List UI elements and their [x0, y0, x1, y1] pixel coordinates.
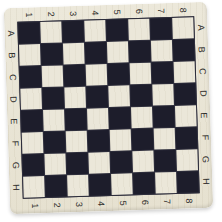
square-d5 [108, 85, 130, 107]
square-b4 [85, 42, 107, 64]
file-letter-label: C [196, 60, 210, 83]
square-f4 [88, 130, 110, 152]
square-c1 [20, 66, 42, 88]
file-letter-label: H [199, 171, 213, 194]
square-e6 [131, 107, 153, 129]
square-h6 [133, 173, 155, 195]
rank-number-label: 1 [17, 7, 40, 22]
square-d7 [152, 84, 174, 106]
square-c4 [86, 64, 108, 86]
square-b7 [151, 40, 173, 62]
square-d3 [64, 87, 86, 109]
square-f5 [110, 129, 132, 151]
rank-number-label: 5 [111, 195, 134, 211]
square-a3 [62, 21, 84, 43]
square-g5 [110, 151, 132, 173]
rank-number-label: 2 [45, 197, 68, 213]
file-letter-label: E [7, 110, 21, 133]
square-e3 [65, 109, 87, 131]
rank-number-label: 3 [61, 6, 84, 21]
file-letter-label: G [198, 149, 212, 172]
square-a7 [150, 18, 172, 40]
square-c2 [42, 65, 64, 87]
square-f3 [66, 131, 88, 153]
file-letter-label: B [195, 38, 209, 61]
square-a6 [128, 19, 150, 41]
file-letter-label: E [197, 104, 211, 127]
square-f2 [44, 131, 66, 153]
square-f7 [154, 128, 176, 150]
square-c5 [108, 63, 130, 85]
square-h8 [177, 171, 199, 193]
square-a2 [40, 21, 62, 43]
square-a5 [106, 19, 128, 41]
square-g1 [22, 154, 44, 176]
file-letter-label: F [8, 132, 22, 155]
photo-background: 12345678 12345678 ABCDEFGH ABCDEFGH [0, 0, 222, 222]
rank-number-label: 8 [172, 2, 195, 17]
square-d2 [42, 87, 64, 109]
square-h3 [67, 175, 89, 197]
square-h7 [155, 172, 177, 194]
file-letter-label: F [198, 126, 212, 149]
square-g2 [44, 153, 66, 175]
square-a8 [172, 17, 194, 39]
square-a1 [18, 22, 40, 44]
square-c8 [174, 61, 196, 83]
square-d4 [86, 86, 108, 108]
file-letter-label: C [6, 66, 20, 89]
square-e8 [175, 105, 197, 127]
rank-number-label: 2 [39, 6, 62, 21]
square-e7 [153, 106, 175, 128]
square-e1 [21, 110, 43, 132]
rank-number-label: 6 [133, 195, 156, 211]
square-f6 [132, 129, 154, 151]
square-c3 [64, 65, 86, 87]
square-e2 [43, 109, 65, 131]
file-letter-label: D [6, 88, 20, 111]
file-letter-label: G [8, 155, 22, 178]
rank-number-label: 4 [89, 196, 112, 212]
square-a4 [84, 20, 106, 42]
square-b3 [63, 43, 85, 65]
rank-number-label: 8 [178, 193, 201, 209]
square-f1 [22, 132, 44, 154]
square-b8 [173, 39, 195, 61]
square-g4 [88, 152, 110, 174]
square-d6 [130, 85, 152, 107]
rank-number-label: 5 [105, 4, 128, 19]
rank-number-label: 1 [23, 198, 46, 214]
square-d1 [20, 88, 42, 110]
file-letter-label: D [196, 82, 210, 105]
file-letter-label: H [9, 177, 23, 200]
file-letter-label: A [194, 16, 208, 39]
file-letter-label: A [4, 22, 18, 45]
rank-number-label: 3 [67, 197, 90, 213]
square-h5 [111, 173, 133, 195]
square-h2 [45, 175, 67, 197]
square-h1 [23, 176, 45, 198]
square-c6 [130, 63, 152, 85]
board-grid [17, 16, 199, 198]
square-g6 [132, 151, 154, 173]
square-h4 [89, 174, 111, 196]
square-g7 [154, 150, 176, 172]
square-b2 [41, 43, 63, 65]
chessboard: 12345678 12345678 ABCDEFGH ABCDEFGH [4, 2, 213, 214]
square-g3 [66, 153, 88, 175]
rank-number-label: 7 [149, 3, 172, 18]
rank-number-label: 6 [127, 4, 150, 19]
file-letter-label: B [5, 44, 19, 67]
square-f8 [176, 127, 198, 149]
square-e5 [109, 107, 131, 129]
square-e4 [87, 108, 109, 130]
square-c7 [152, 62, 174, 84]
square-g8 [176, 149, 198, 171]
rank-number-label: 7 [155, 194, 178, 210]
square-b5 [107, 41, 129, 63]
square-d8 [174, 83, 196, 105]
rank-number-label: 4 [83, 5, 106, 20]
square-b6 [129, 41, 151, 63]
square-b1 [19, 44, 41, 66]
